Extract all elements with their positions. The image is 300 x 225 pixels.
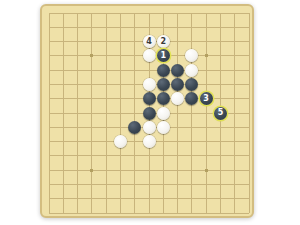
grid-line-vertical	[249, 13, 250, 213]
stone-black	[157, 64, 170, 77]
stone-black: 5	[214, 107, 227, 120]
grid-line-horizontal	[49, 184, 249, 185]
stone-black	[171, 64, 184, 77]
stone-white	[157, 121, 170, 134]
stone-black	[143, 92, 156, 105]
stone-white	[143, 78, 156, 91]
stone-white: 4	[143, 35, 156, 48]
move-number-label: 3	[203, 95, 209, 103]
grid-line-vertical	[234, 13, 235, 213]
star-point	[205, 54, 208, 57]
star-point	[90, 54, 93, 57]
stone-black	[185, 92, 198, 105]
stone-black	[143, 107, 156, 120]
stone-white	[185, 49, 198, 62]
stone-black	[185, 78, 198, 91]
grid-line-horizontal	[49, 198, 249, 199]
game-board[interactable]: 42135	[40, 4, 254, 218]
stone-black	[128, 121, 141, 134]
move-number-label: 4	[146, 38, 152, 46]
move-number-label: 1	[160, 52, 166, 60]
stone-white	[171, 92, 184, 105]
star-point	[90, 169, 93, 172]
move-number-label: 2	[160, 38, 166, 46]
star-point	[205, 169, 208, 172]
stone-black	[171, 78, 184, 91]
stone-black	[157, 92, 170, 105]
stone-white: 2	[157, 35, 170, 48]
stone-black	[157, 78, 170, 91]
stone-white	[185, 64, 198, 77]
stone-black: 3	[200, 92, 213, 105]
stone-white	[157, 107, 170, 120]
grid-line-horizontal	[49, 213, 249, 214]
stone-white	[114, 135, 127, 148]
board-grid[interactable]: 42135	[49, 13, 249, 213]
stone-white	[143, 135, 156, 148]
stone-white	[143, 49, 156, 62]
stone-white	[143, 121, 156, 134]
stone-black: 1	[157, 49, 170, 62]
move-number-label: 5	[218, 109, 224, 117]
